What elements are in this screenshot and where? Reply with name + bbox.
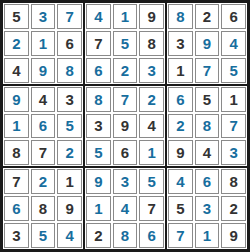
cell-r9c4[interactable]: 2	[86, 223, 111, 248]
cell-r3c3[interactable]: 8	[57, 58, 82, 83]
box-2-2: 872394561	[84, 85, 166, 168]
cell-r6c9[interactable]: 3	[221, 140, 246, 165]
box-2-1: 943165872	[2, 85, 84, 168]
cell-r4c9[interactable]: 1	[221, 87, 246, 112]
cell-r9c5[interactable]: 8	[113, 223, 138, 248]
cell-r6c5[interactable]: 6	[113, 140, 138, 165]
cell-r7c5[interactable]: 3	[113, 169, 138, 194]
cell-r2c6[interactable]: 8	[139, 31, 164, 56]
cell-r5c5[interactable]: 9	[113, 114, 138, 139]
cell-r1c7[interactable]: 8	[168, 4, 193, 29]
cell-r2c9[interactable]: 4	[221, 31, 246, 56]
cell-r6c2[interactable]: 7	[31, 140, 56, 165]
cell-r4c1[interactable]: 9	[4, 87, 29, 112]
cell-r3c8[interactable]: 7	[195, 58, 220, 83]
cell-r9c3[interactable]: 4	[57, 223, 82, 248]
cell-r4c3[interactable]: 3	[57, 87, 82, 112]
cell-r1c8[interactable]: 2	[195, 4, 220, 29]
cell-r9c8[interactable]: 1	[195, 223, 220, 248]
cell-r8c1[interactable]: 6	[4, 196, 29, 221]
cell-r7c4[interactable]: 9	[86, 169, 111, 194]
cell-r7c8[interactable]: 6	[195, 169, 220, 194]
cell-r8c2[interactable]: 8	[31, 196, 56, 221]
cell-r2c4[interactable]: 7	[86, 31, 111, 56]
cell-r1c4[interactable]: 4	[86, 4, 111, 29]
cell-r1c5[interactable]: 1	[113, 4, 138, 29]
cell-r8c6[interactable]: 7	[139, 196, 164, 221]
box-3-1: 721689354	[2, 167, 84, 250]
cell-r9c6[interactable]: 6	[139, 223, 164, 248]
cell-r5c3[interactable]: 5	[57, 114, 82, 139]
cell-r7c6[interactable]: 5	[139, 169, 164, 194]
box-1-1: 537216498	[2, 2, 84, 85]
cell-r1c6[interactable]: 9	[139, 4, 164, 29]
cell-r2c2[interactable]: 1	[31, 31, 56, 56]
cell-r4c2[interactable]: 4	[31, 87, 56, 112]
cell-r3c5[interactable]: 2	[113, 58, 138, 83]
cell-r5c4[interactable]: 3	[86, 114, 111, 139]
cell-r1c1[interactable]: 5	[4, 4, 29, 29]
cell-r8c5[interactable]: 4	[113, 196, 138, 221]
sudoku-board: 5372164984197586238263941759431658728723…	[0, 0, 250, 252]
cell-r9c1[interactable]: 3	[4, 223, 29, 248]
cell-r5c1[interactable]: 1	[4, 114, 29, 139]
cell-r3c1[interactable]: 4	[4, 58, 29, 83]
cell-r2c1[interactable]: 2	[4, 31, 29, 56]
cell-r2c7[interactable]: 3	[168, 31, 193, 56]
cell-r3c2[interactable]: 9	[31, 58, 56, 83]
box-3-2: 935147286	[84, 167, 166, 250]
cell-r3c4[interactable]: 6	[86, 58, 111, 83]
cell-r4c6[interactable]: 2	[139, 87, 164, 112]
cell-r5c9[interactable]: 7	[221, 114, 246, 139]
cell-r3c6[interactable]: 3	[139, 58, 164, 83]
cell-r5c2[interactable]: 6	[31, 114, 56, 139]
cell-r1c3[interactable]: 7	[57, 4, 82, 29]
cell-r6c6[interactable]: 1	[139, 140, 164, 165]
cell-r7c7[interactable]: 4	[168, 169, 193, 194]
cell-r2c3[interactable]: 6	[57, 31, 82, 56]
cell-r6c4[interactable]: 5	[86, 140, 111, 165]
cell-r4c8[interactable]: 5	[195, 87, 220, 112]
cell-r8c4[interactable]: 1	[86, 196, 111, 221]
cell-r9c7[interactable]: 7	[168, 223, 193, 248]
cell-r5c8[interactable]: 8	[195, 114, 220, 139]
box-1-3: 826394175	[166, 2, 248, 85]
cell-r6c7[interactable]: 9	[168, 140, 193, 165]
cell-r3c7[interactable]: 1	[168, 58, 193, 83]
cell-r6c8[interactable]: 4	[195, 140, 220, 165]
cell-r8c7[interactable]: 5	[168, 196, 193, 221]
cell-r5c6[interactable]: 4	[139, 114, 164, 139]
box-1-2: 419758623	[84, 2, 166, 85]
cell-r4c4[interactable]: 8	[86, 87, 111, 112]
cell-r3c9[interactable]: 5	[221, 58, 246, 83]
cell-r6c1[interactable]: 8	[4, 140, 29, 165]
cell-r1c2[interactable]: 3	[31, 4, 56, 29]
cell-r7c3[interactable]: 1	[57, 169, 82, 194]
cell-r2c8[interactable]: 9	[195, 31, 220, 56]
cell-r7c2[interactable]: 2	[31, 169, 56, 194]
cell-r9c9[interactable]: 9	[221, 223, 246, 248]
cell-r7c1[interactable]: 7	[4, 169, 29, 194]
cell-r9c2[interactable]: 5	[31, 223, 56, 248]
cell-r8c9[interactable]: 2	[221, 196, 246, 221]
cell-r1c9[interactable]: 6	[221, 4, 246, 29]
cell-r7c9[interactable]: 8	[221, 169, 246, 194]
cell-r2c5[interactable]: 5	[113, 31, 138, 56]
box-3-3: 468532719	[166, 167, 248, 250]
cell-r8c3[interactable]: 9	[57, 196, 82, 221]
cell-r6c3[interactable]: 2	[57, 140, 82, 165]
box-2-3: 651287943	[166, 85, 248, 168]
cell-r8c8[interactable]: 3	[195, 196, 220, 221]
cell-r5c7[interactable]: 2	[168, 114, 193, 139]
cell-r4c7[interactable]: 6	[168, 87, 193, 112]
cell-r4c5[interactable]: 7	[113, 87, 138, 112]
